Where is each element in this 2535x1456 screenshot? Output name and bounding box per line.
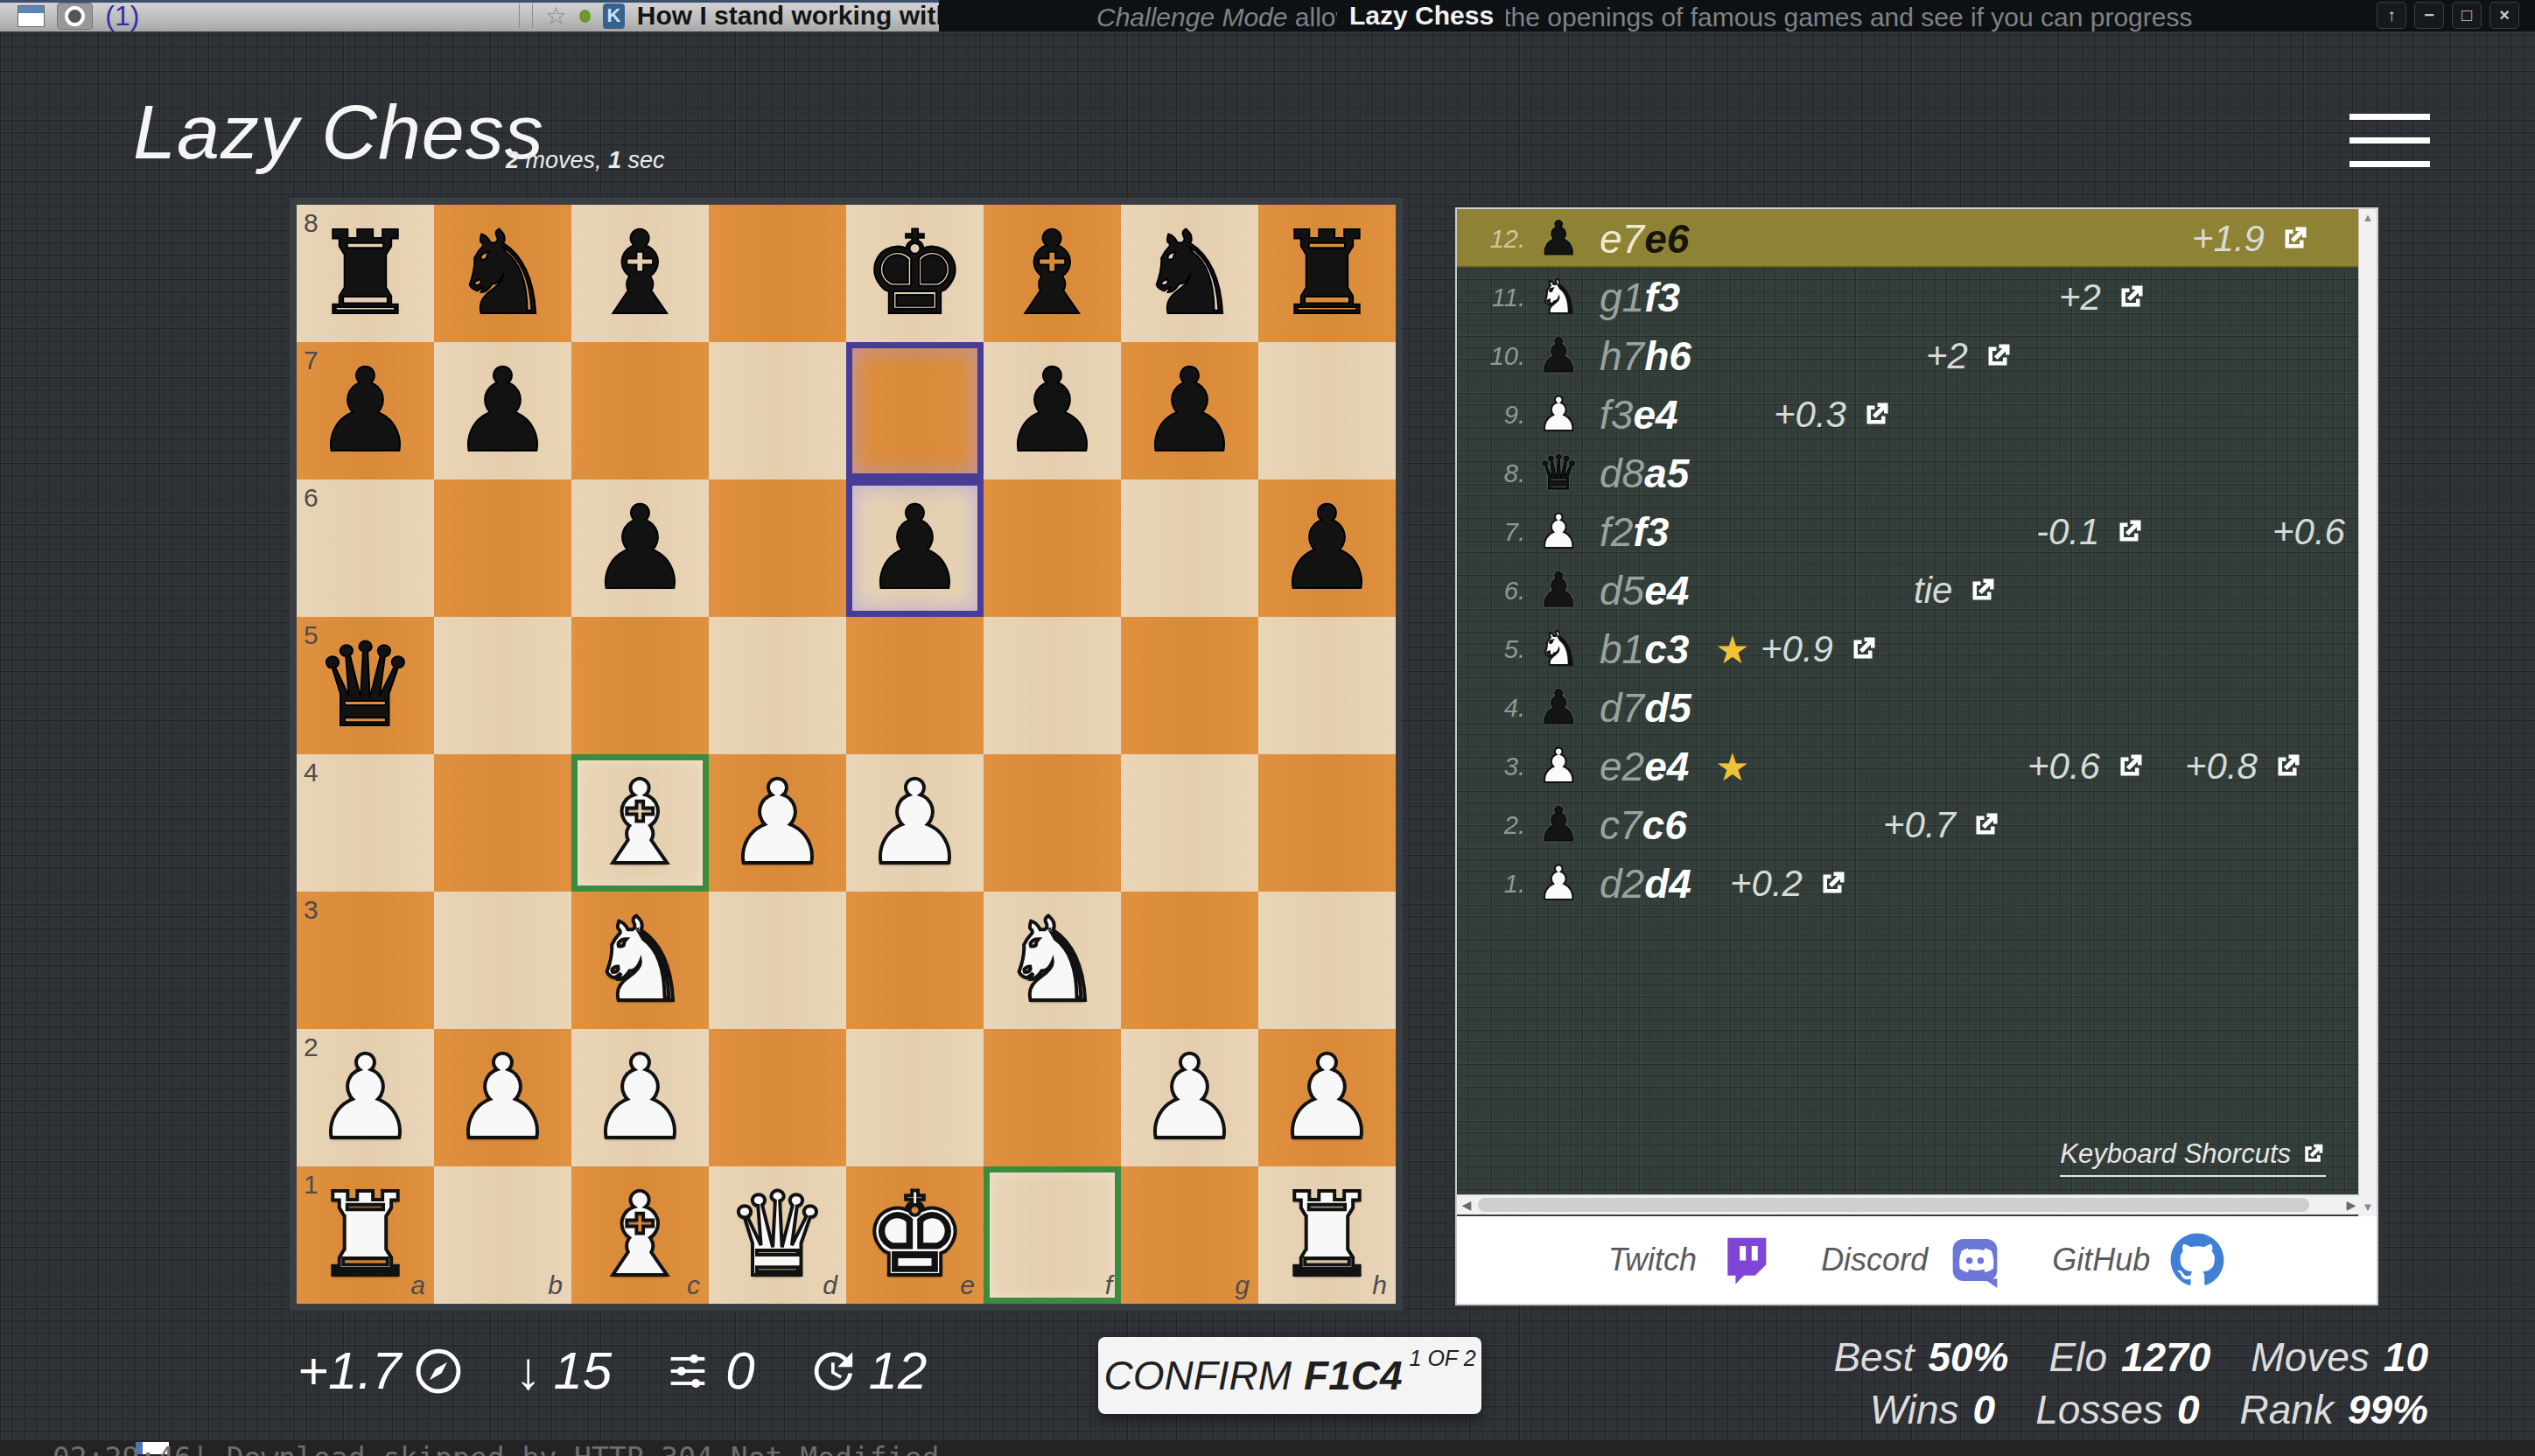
external-link-icon [1982,340,2013,372]
square-g8[interactable]: ♞ [1121,205,1258,342]
move-number: 3. [1480,752,1525,780]
square-e4[interactable]: ♟ [846,754,984,892]
square-c4[interactable]: ♝ [571,754,709,892]
move-text: c7c6 [1600,801,1687,849]
black-pawn-piece: ♟ [1138,342,1241,479]
square-h6[interactable]: ♟ [1258,479,1396,617]
white-pawn-piece: ♟ [1275,1029,1378,1166]
square-g5[interactable] [1121,617,1258,754]
eval-value: +1.7 [298,1340,401,1401]
eval-badge[interactable]: +0.7 [1883,804,2001,846]
scrollbar-thumb[interactable] [1478,1198,2309,1212]
square-d2[interactable] [709,1029,846,1166]
file-label: d [823,1270,837,1300]
window-close-button[interactable]: × [2489,2,2519,29]
drop-counter: ↓ 15 [515,1340,612,1401]
bookmark-star-icon[interactable]: ☆ [545,2,567,31]
square-d6[interactable] [709,479,846,617]
eval-badge[interactable]: -0.1 [2036,511,2145,553]
square-h5[interactable] [1258,617,1396,754]
black-rook-piece: ♜ [1275,205,1378,342]
square-c7[interactable] [571,342,709,479]
top-bar: (1) ☆ K How I stand working with Wi Chal… [0,0,2535,31]
move-row-11[interactable]: 11.♞g1f3+2 [1457,268,2361,326]
move-row-5[interactable]: 5.♞b1c3★+0.9 [1457,619,2361,678]
move-text: f2f3 [1600,508,1669,556]
page-title: Lazy Chess [133,87,544,177]
square-d7[interactable] [709,342,846,479]
white-knight-icon: ♞ [1537,626,1579,673]
compass-gauge-icon [413,1346,464,1396]
window-maximize-button[interactable]: □ [2452,2,2482,29]
move-number: 4. [1480,693,1525,722]
square-d8[interactable] [709,205,846,342]
external-link-icon [1966,575,1998,606]
white-knight-piece: ♞ [1000,892,1103,1029]
window-thumbnail-icon[interactable] [18,5,45,27]
black-bishop-piece: ♝ [588,205,691,342]
square-e3[interactable] [846,892,984,1029]
horizontal-scrollbar[interactable]: ◀▶ [1457,1194,2361,1214]
square-d1[interactable]: d♛ [709,1166,846,1304]
external-link-icon [1860,399,1892,430]
square-d5[interactable] [709,617,846,754]
window-minimize-button[interactable]: − [2414,2,2444,29]
move-text: b1c3 [1600,626,1689,673]
move-number: 7. [1480,517,1525,546]
move-row-6[interactable]: 6.♟d5e4tie [1457,561,2361,619]
discord-icon [1947,1232,2003,1288]
window-controls: ↑ − □ × [2377,2,2519,29]
eval-badge[interactable]: +2 [1926,335,2013,377]
history-icon [806,1346,857,1396]
move-row-2[interactable]: 2.♟c7c6+0.7 [1457,795,2361,854]
move-text: g1f3 [1600,274,1680,321]
move-number: 10. [1480,341,1525,370]
black-knight-piece: ♞ [1138,205,1241,342]
square-a2[interactable]: 2♟ [297,1029,434,1166]
square-a3[interactable]: 3 [297,892,434,1029]
black-pawn-icon: ♟ [1537,567,1579,614]
square-f3[interactable]: ♞ [984,892,1121,1029]
black-rook-piece: ♜ [313,205,417,342]
challenge-marquee: Challenge Mode allows you to use the ope… [1096,0,2192,31]
github-icon [2169,1232,2225,1288]
black-pawn-icon: ♟ [1537,215,1579,262]
square-f2[interactable] [984,1029,1121,1166]
white-knight-piece: ♞ [588,892,691,1029]
square-a4[interactable]: 4 [297,754,434,892]
square-g1[interactable]: g [1121,1166,1258,1304]
external-link-icon [2114,751,2146,782]
square-b6[interactable] [434,479,571,617]
eval-badge[interactable]: +0.9 [1761,628,1879,670]
square-f5[interactable] [984,617,1121,754]
white-bishop-piece: ♝ [588,754,691,892]
move-number: 6. [1480,576,1525,605]
rank-label: 2 [304,1032,319,1062]
file-label: c [687,1270,700,1300]
move-text: d2d4 [1600,860,1691,907]
eval-badge[interactable]: +0.2 [1730,863,1848,905]
square-h8[interactable]: ♜ [1258,205,1396,342]
black-pawn-piece: ♟ [313,342,417,479]
menu-button[interactable] [2349,114,2430,185]
move-number: 8. [1480,458,1525,487]
file-label: f [1105,1270,1112,1300]
rank-label: 5 [304,620,319,650]
white-king-piece: ♚ [863,1166,966,1304]
star-icon: ★ [1715,744,1749,788]
black-bishop-piece: ♝ [1000,205,1103,342]
window-up-button[interactable]: ↑ [2377,2,2406,29]
square-c8[interactable]: ♝ [571,205,709,342]
move-row-8[interactable]: 8.♛d8a5 [1457,444,2361,502]
square-f4[interactable] [984,754,1121,892]
app-k-icon: K [603,3,625,29]
star-icon: ★ [1715,626,1749,671]
square-a5[interactable]: 5♛ [297,617,434,754]
square-f1[interactable]: f [984,1166,1121,1304]
eval-badge[interactable]: +2 [2059,276,2146,318]
white-pawn-icon: ♟ [1537,508,1579,556]
taskbar-count: (1) [105,0,139,31]
white-rook-piece: ♜ [313,1166,417,1304]
move-text: d5e4 [1600,567,1689,614]
move-text: e7e6 [1600,215,1689,262]
eval-badge[interactable]: +1.9 [2192,218,2310,260]
rank-label: 7 [304,346,319,375]
twitch-icon [1716,1232,1772,1288]
move-number: 9. [1480,400,1525,429]
log-line: 02:29:46| Download skipped by HTTP 304 N… [53,1441,939,1456]
square-b4[interactable] [434,754,571,892]
separator [519,3,520,28]
square-g7[interactable]: ♟ [1121,342,1258,479]
move-row-1[interactable]: 1.♟d2d4+0.2 [1457,854,2361,913]
square-e8[interactable]: ♚ [846,205,984,342]
external-link-icon [2272,751,2303,782]
twitch-link[interactable]: Twitch [1608,1232,1772,1288]
separator [532,3,533,28]
file-label: a [410,1270,425,1300]
move-list: 12.♟e7e6+1.911.♞g1f3+210.♟h7h6+29.♟f3e4+… [1457,209,2361,1196]
external-link-icon [2113,516,2145,548]
square-c6[interactable]: ♟ [571,479,709,617]
black-king-piece: ♚ [863,205,966,342]
move-number: 11. [1480,283,1525,311]
white-pawn-icon: ♟ [1537,391,1579,438]
move-number: 2. [1480,810,1525,839]
white-pawn-piece: ♟ [588,1029,691,1166]
square-a6[interactable]: 6 [297,479,434,617]
move-row-9[interactable]: 9.♟f3e4+0.3 [1457,385,2361,444]
move-row-3[interactable]: 3.♟e2e4★+0.6+0.8 [1457,737,2361,795]
square-h1[interactable]: h♜ [1258,1166,1396,1304]
vertical-scrollbar[interactable]: ▲▼ [2358,209,2377,1216]
square-h7[interactable] [1258,342,1396,479]
rank-label: 1 [304,1170,319,1200]
eval-badge[interactable]: +0.6 [2272,511,2361,553]
black-queen-icon: ♛ [1537,450,1579,497]
square-f7[interactable]: ♟ [984,342,1121,479]
move-row-12[interactable]: 12.♟e7e6+1.9 [1457,209,2361,268]
black-pawn-icon: ♟ [1537,684,1579,731]
white-bishop-piece: ♝ [588,1166,691,1304]
mode-subtitle: 2 moves, 1 sec [506,147,665,174]
move-number: 1. [1480,869,1525,898]
square-g4[interactable] [1121,754,1258,892]
discord-link[interactable]: Discord [1821,1232,2003,1288]
down-arrow-icon: ↓ [515,1340,541,1401]
square-g6[interactable] [1121,479,1258,617]
white-knight-icon: ♞ [1537,274,1579,321]
square-a8[interactable]: 8♜ [297,205,434,342]
square-a7[interactable]: 7♟ [297,342,434,479]
github-link[interactable]: GitHub [2052,1232,2225,1288]
white-queen-piece: ♛ [725,1166,829,1304]
status-dot-icon [579,10,591,23]
square-b1[interactable]: b [434,1166,571,1304]
social-footer: Twitch Discord GitHub [1457,1216,2377,1304]
eval-badge[interactable]: +0.6 [2027,745,2146,787]
white-pawn-piece: ♟ [451,1029,554,1166]
square-e2[interactable] [846,1029,984,1166]
square-b3[interactable] [434,892,571,1029]
square-g2[interactable]: ♟ [1121,1029,1258,1166]
square-c1[interactable]: c♝ [571,1166,709,1304]
square-h4[interactable] [1258,754,1396,892]
square-b2[interactable]: ♟ [434,1029,571,1166]
hud-stats: +1.7 ↓ 15 0 12 [298,1340,927,1401]
square-c5[interactable] [571,617,709,754]
board: 8♜♞♝♚♝♞♜7♟♟♟♟6♟♟♟5♛4♝♟♟3♞♞2♟♟♟♟♟1a♜bc♝d♛… [290,198,1403,1311]
square-h3[interactable] [1258,892,1396,1029]
move-number: 5. [1480,634,1525,663]
square-b5[interactable] [434,617,571,754]
external-link-icon [1847,633,1879,665]
black-pawn-piece: ♟ [1275,479,1378,617]
rank-label: 6 [304,483,319,513]
square-g3[interactable] [1121,892,1258,1029]
move-row-7[interactable]: 7.♟f2f3-0.1+0.6 [1457,502,2361,561]
square-f8[interactable]: ♝ [984,205,1121,342]
move-text: e2e4 [1600,743,1689,790]
background-tab-title[interactable]: How I stand working with Wi [637,1,939,31]
rank-label: 8 [304,208,319,238]
square-e6[interactable]: ♟ [846,479,984,617]
square-f6[interactable] [984,479,1121,617]
black-pawn-piece: ♟ [451,342,554,479]
move-row-10[interactable]: 10.♟h7h6+2 [1457,326,2361,385]
white-pawn-icon: ♟ [1537,743,1579,790]
white-pawn-piece: ♟ [863,754,966,892]
square-a1[interactable]: 1a♜ [297,1166,434,1304]
black-queen-piece: ♛ [313,617,417,754]
console-log-strip: 02:29:46| Download skipped by HTTP 304 N… [0,1440,2535,1456]
move-text: d8a5 [1600,450,1689,497]
window-title: Lazy Chess [1337,0,1506,31]
rank-label: 3 [304,895,319,925]
rank-label: 4 [304,758,319,787]
external-link-icon [1970,809,2001,841]
eval-badge[interactable]: +0.8 [2185,745,2303,787]
move-number: 12. [1480,224,1525,253]
eval-badge[interactable]: tie [1914,570,1998,612]
black-knight-piece: ♞ [451,205,554,342]
confirm-move-button[interactable]: CONFIRM F1C4 1 OF 2 [1098,1337,1481,1414]
player-scoreboard: Best50% Elo1270 Moves10 Wins0 Losses0 Ra… [1833,1333,2428,1438]
black-pawn-piece: ♟ [1000,342,1103,479]
move-history-panel: 12.♟e7e6+1.911.♞g1f3+210.♟h7h6+29.♟f3e4+… [1455,207,2378,1305]
file-label: g [1235,1270,1250,1300]
white-pawn-piece: ♟ [1138,1029,1241,1166]
square-b8[interactable]: ♞ [434,205,571,342]
eval-gauge: +1.7 [298,1340,464,1401]
square-d3[interactable] [709,892,846,1029]
file-label: e [960,1270,975,1300]
square-h2[interactable]: ♟ [1258,1029,1396,1166]
white-pawn-icon: ♟ [1537,860,1579,907]
taskbar: (1) ☆ K How I stand working with Wi [0,0,939,31]
file-label: h [1372,1270,1387,1300]
external-link-icon [2300,1141,2326,1167]
square-b7[interactable]: ♟ [434,342,571,479]
record-button[interactable] [57,3,93,30]
confirm-step-counter: 1 OF 2 [1410,1346,1476,1371]
black-pawn-piece: ♟ [588,479,691,617]
square-e1[interactable]: e♚ [846,1166,984,1304]
square-d4[interactable]: ♟ [709,754,846,892]
move-text: f3e4 [1600,391,1678,438]
history-counter: 12 [806,1340,928,1401]
move-row-4[interactable]: 4.♟d7d5 [1457,678,2361,737]
square-e5[interactable] [846,617,984,754]
white-pawn-piece: ♟ [313,1029,417,1166]
white-rook-piece: ♜ [1275,1166,1378,1304]
black-pawn-icon: ♟ [1537,332,1579,380]
keyboard-shortcuts-link[interactable]: Keyboard Shorcuts [2060,1138,2326,1177]
external-link-icon [2115,282,2146,313]
file-label: b [548,1270,563,1300]
move-text: d7d5 [1600,684,1691,731]
square-c3[interactable]: ♞ [571,892,709,1029]
square-c2[interactable]: ♟ [571,1029,709,1166]
tune-counter: 0 [662,1340,754,1401]
square-e7[interactable] [846,342,984,479]
eval-badge[interactable]: +0.3 [1774,394,1892,436]
external-link-icon [2279,223,2310,255]
black-pawn-piece: ♟ [863,479,966,617]
tune-icon [662,1346,713,1396]
black-pawn-icon: ♟ [1537,801,1579,849]
external-link-icon [1817,868,1848,899]
move-text: h7h6 [1600,332,1691,380]
white-pawn-piece: ♟ [725,754,829,892]
